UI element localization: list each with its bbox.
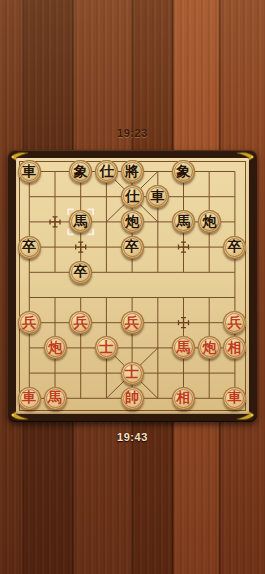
board-point-4-2[interactable] (42, 235, 68, 260)
piece-glyph: 象 (176, 164, 190, 178)
board-point-1-9[interactable] (222, 159, 248, 184)
piece-glyph: 馬 (74, 214, 88, 228)
board-point-2-2[interactable] (42, 184, 68, 209)
board-point-3-8[interactable]: 炮 (196, 209, 222, 234)
board-point-5-2[interactable] (42, 260, 68, 285)
piece-glyph: 卒 (22, 240, 36, 254)
board-point-3-7[interactable]: 馬 (171, 209, 197, 234)
piece-glyph: 仕 (99, 164, 113, 178)
board-point-6-5[interactable] (119, 285, 145, 310)
board-point-9-3[interactable] (68, 361, 94, 386)
piece-glyph: 卒 (74, 265, 88, 279)
xiangqi-board[interactable]: 車象仕將象仕車馬炮馬炮卒卒卒卒兵兵兵兵炮士馬炮相士車馬帥相車 (8, 150, 257, 422)
board-point-10-8[interactable] (196, 386, 222, 411)
board-point-5-1[interactable] (17, 260, 43, 285)
red-horse[interactable]: 馬 (172, 336, 195, 359)
board-point-2-7[interactable] (171, 184, 197, 209)
board-point-6-4[interactable] (94, 285, 120, 310)
board-surface: 車象仕將象仕車馬炮馬炮卒卒卒卒兵兵兵兵炮士馬炮相士車馬帥相車 (16, 158, 249, 414)
piece-glyph: 兵 (74, 315, 88, 329)
board-point-7-9[interactable]: 兵 (222, 310, 248, 335)
board-point-8-8[interactable]: 炮 (196, 335, 222, 360)
red-soldier[interactable]: 兵 (18, 311, 41, 334)
board-point-9-1[interactable] (17, 361, 43, 386)
piece-glyph: 馬 (48, 391, 62, 405)
board-point-4-8[interactable] (196, 235, 222, 260)
player-timer: 19:43 (0, 431, 265, 443)
red-chariot[interactable]: 車 (18, 387, 41, 410)
board-point-9-4[interactable] (94, 361, 120, 386)
black-soldier[interactable]: 卒 (18, 236, 41, 259)
piece-glyph: 炮 (202, 214, 216, 228)
black-chariot[interactable]: 車 (18, 160, 41, 183)
board-point-1-5[interactable]: 將 (119, 159, 145, 184)
board-point-2-4[interactable] (94, 184, 120, 209)
piece-glyph: 兵 (22, 315, 36, 329)
red-soldier[interactable]: 兵 (121, 311, 144, 334)
board-point-6-6[interactable] (145, 285, 171, 310)
menu-button[interactable] (11, 541, 35, 559)
board-point-10-1[interactable]: 車 (17, 386, 43, 411)
board-point-7-4[interactable] (94, 310, 120, 335)
board-point-10-4[interactable] (94, 386, 120, 411)
red-elephant[interactable]: 相 (223, 336, 246, 359)
piece-glyph: 車 (22, 164, 36, 178)
board-point-1-1[interactable]: 車 (17, 159, 43, 184)
red-cannon[interactable]: 炮 (198, 336, 221, 359)
board-point-8-9[interactable]: 相 (222, 335, 248, 360)
board-point-6-3[interactable] (68, 285, 94, 310)
piece-glyph: 兵 (228, 315, 242, 329)
board-point-8-6[interactable] (145, 335, 171, 360)
board-point-2-8[interactable] (196, 184, 222, 209)
red-elephant[interactable]: 相 (172, 387, 195, 410)
red-general[interactable]: 帥 (121, 387, 144, 410)
board-point-2-6[interactable]: 車 (145, 184, 171, 209)
board-point-9-9[interactable] (222, 361, 248, 386)
board-point-1-2[interactable] (42, 159, 68, 184)
board-point-6-8[interactable] (196, 285, 222, 310)
piece-glyph: 卒 (125, 240, 139, 254)
board-point-9-7[interactable] (171, 361, 197, 386)
piece-glyph: 相 (176, 391, 190, 405)
board-point-10-9[interactable]: 車 (222, 386, 248, 411)
piece-glyph: 車 (22, 391, 36, 405)
piece-glyph: 馬 (176, 340, 190, 354)
board-point-9-8[interactable] (196, 361, 222, 386)
black-advisor[interactable]: 仕 (95, 160, 118, 183)
board-point-9-5[interactable]: 士 (119, 361, 145, 386)
board-point-8-2[interactable]: 炮 (42, 335, 68, 360)
board-point-7-3[interactable]: 兵 (68, 310, 94, 335)
board-point-9-6[interactable] (145, 361, 171, 386)
board-point-6-9[interactable] (222, 285, 248, 310)
board-point-5-4[interactable] (94, 260, 120, 285)
board-point-10-5[interactable]: 帥 (119, 386, 145, 411)
red-cannon[interactable]: 炮 (44, 336, 67, 359)
black-horse[interactable]: 馬 (69, 210, 92, 233)
red-chariot[interactable]: 車 (223, 387, 246, 410)
red-soldier[interactable]: 兵 (223, 311, 246, 334)
board-point-4-7[interactable] (171, 235, 197, 260)
piece-glyph: 兵 (125, 315, 139, 329)
board-point-9-2[interactable] (42, 361, 68, 386)
board-point-10-2[interactable]: 馬 (42, 386, 68, 411)
board-point-3-2[interactable] (42, 209, 68, 234)
board-point-7-5[interactable]: 兵 (119, 310, 145, 335)
board-point-1-6[interactable] (145, 159, 171, 184)
board-point-3-6[interactable] (145, 209, 171, 234)
board-point-3-4[interactable] (94, 209, 120, 234)
board-point-1-4[interactable]: 仕 (94, 159, 120, 184)
board-point-10-7[interactable]: 相 (171, 386, 197, 411)
board-point-7-8[interactable] (196, 310, 222, 335)
board-point-4-9[interactable]: 卒 (222, 235, 248, 260)
board-point-8-7[interactable]: 馬 (171, 335, 197, 360)
board-point-8-4[interactable]: 士 (94, 335, 120, 360)
board-point-3-5[interactable]: 炮 (119, 209, 145, 234)
opponent-timer: 19:23 (0, 127, 265, 139)
red-advisor[interactable]: 士 (121, 362, 144, 385)
black-cannon[interactable]: 炮 (121, 210, 144, 233)
board-point-8-5[interactable] (119, 335, 145, 360)
black-soldier[interactable]: 卒 (69, 261, 92, 284)
board-point-2-3[interactable] (68, 184, 94, 209)
black-elephant[interactable]: 象 (172, 160, 195, 183)
piece-glyph: 仕 (125, 189, 139, 203)
board-point-2-1[interactable] (17, 184, 43, 209)
piece-glyph: 馬 (176, 214, 190, 228)
board-point-5-6[interactable] (145, 260, 171, 285)
piece-glyph: 士 (99, 340, 113, 354)
board-point-7-2[interactable] (42, 310, 68, 335)
board-point-1-3[interactable]: 象 (68, 159, 94, 184)
board-point-1-8[interactable] (196, 159, 222, 184)
board-point-2-9[interactable] (222, 184, 248, 209)
black-elephant[interactable]: 象 (69, 160, 92, 183)
board-point-5-8[interactable] (196, 260, 222, 285)
board-point-6-2[interactable] (42, 285, 68, 310)
piece-glyph: 卒 (228, 240, 242, 254)
piece-glyph: 炮 (125, 214, 139, 228)
black-cannon[interactable]: 炮 (198, 210, 221, 233)
board-point-6-7[interactable] (171, 285, 197, 310)
piece-glyph: 士 (125, 366, 139, 380)
board-point-1-7[interactable]: 象 (171, 159, 197, 184)
black-chariot[interactable]: 車 (146, 185, 169, 208)
black-soldier[interactable]: 卒 (223, 236, 246, 259)
board-point-10-3[interactable] (68, 386, 94, 411)
black-general[interactable]: 將 (121, 160, 144, 183)
black-horse[interactable]: 馬 (172, 210, 195, 233)
board-point-5-3[interactable]: 卒 (68, 260, 94, 285)
board-point-5-7[interactable] (171, 260, 197, 285)
piece-glyph: 相 (228, 340, 242, 354)
board-point-6-1[interactable] (17, 285, 43, 310)
board-point-4-3[interactable] (68, 235, 94, 260)
piece-grid[interactable]: 車象仕將象仕車馬炮馬炮卒卒卒卒兵兵兵兵炮士馬炮相士車馬帥相車 (17, 159, 248, 411)
board-point-3-3[interactable]: 馬 (68, 209, 94, 234)
board-point-10-6[interactable] (145, 386, 171, 411)
board-point-5-5[interactable] (119, 260, 145, 285)
board-point-4-1[interactable]: 卒 (17, 235, 43, 260)
black-advisor[interactable]: 仕 (121, 185, 144, 208)
red-horse[interactable]: 馬 (44, 387, 67, 410)
piece-glyph: 車 (151, 189, 165, 203)
red-soldier[interactable]: 兵 (69, 311, 92, 334)
board-point-7-1[interactable]: 兵 (17, 310, 43, 335)
board-point-4-6[interactable] (145, 235, 171, 260)
board-point-8-1[interactable] (17, 335, 43, 360)
board-point-3-9[interactable] (222, 209, 248, 234)
piece-glyph: 將 (125, 164, 139, 178)
red-advisor[interactable]: 士 (95, 336, 118, 359)
piece-glyph: 帥 (125, 391, 139, 405)
board-point-7-6[interactable] (145, 310, 171, 335)
board-point-3-1[interactable] (17, 209, 43, 234)
board-point-4-5[interactable]: 卒 (119, 235, 145, 260)
board-point-5-9[interactable] (222, 260, 248, 285)
board-point-8-3[interactable] (68, 335, 94, 360)
piece-glyph: 車 (228, 391, 242, 405)
black-soldier[interactable]: 卒 (121, 236, 144, 259)
piece-glyph: 炮 (48, 340, 62, 354)
board-point-4-4[interactable] (94, 235, 120, 260)
piece-glyph: 炮 (202, 340, 216, 354)
board-point-7-7[interactable] (171, 310, 197, 335)
piece-glyph: 象 (74, 164, 88, 178)
board-point-2-5[interactable]: 仕 (119, 184, 145, 209)
